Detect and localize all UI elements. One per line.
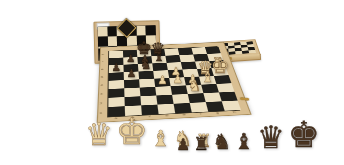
rank-label: 6 bbox=[101, 65, 104, 73]
box-square bbox=[98, 27, 108, 37]
dark-tray-knight: ♞ bbox=[212, 132, 231, 153]
file-label: e bbox=[175, 112, 193, 117]
file-label: b bbox=[124, 115, 141, 120]
light-tray-pawn: ♟ bbox=[215, 134, 229, 150]
main-chess-board: abcdefgh 87654321 bbox=[97, 42, 249, 121]
box-square bbox=[146, 25, 156, 35]
light-tray-bishop: ♝ bbox=[151, 128, 171, 150]
box-square bbox=[107, 36, 117, 46]
board-frame: abcdefgh 87654321 bbox=[97, 42, 252, 123]
light-tray-rook: ♜ bbox=[196, 132, 212, 150]
dark-tray-king: ♚ bbox=[288, 117, 320, 153]
rank-label: 4 bbox=[100, 81, 103, 90]
rank-coordinates: 87654321 bbox=[99, 51, 104, 118]
dark-tray-bishop: ♝ bbox=[234, 131, 254, 153]
light-tray-queen: ♛ bbox=[85, 119, 113, 150]
file-label: h bbox=[225, 110, 243, 115]
folded-board-square bbox=[248, 50, 256, 54]
rank-label: 1 bbox=[99, 108, 102, 118]
board-grid bbox=[107, 46, 240, 117]
file-label: f bbox=[192, 112, 210, 117]
box-square bbox=[146, 35, 156, 45]
rank-label: 5 bbox=[101, 73, 104, 81]
box-square bbox=[98, 36, 108, 46]
chess-set-product-photo: ♙♖♘♗♕♔ abcdefgh 87654321 ♚♛♟♟♝♟♞♜♟♟♛♚♟♟♟… bbox=[0, 0, 344, 165]
dark-tray-rook: ♜ bbox=[193, 135, 209, 153]
box-square bbox=[136, 35, 146, 45]
rank-label: 2 bbox=[100, 98, 103, 108]
board-clasp-icon bbox=[240, 97, 249, 100]
dark-tray-pawn: ♟ bbox=[176, 137, 190, 153]
file-label: c bbox=[141, 114, 158, 119]
file-label: g bbox=[209, 111, 227, 116]
dark-tray-queen: ♛ bbox=[257, 122, 285, 153]
file-label: a bbox=[107, 116, 124, 121]
box-square bbox=[136, 25, 146, 35]
file-label: d bbox=[158, 113, 176, 118]
box-square bbox=[127, 35, 137, 45]
rank-label: 3 bbox=[100, 89, 103, 98]
light-tray-knight: ♞ bbox=[174, 129, 193, 150]
